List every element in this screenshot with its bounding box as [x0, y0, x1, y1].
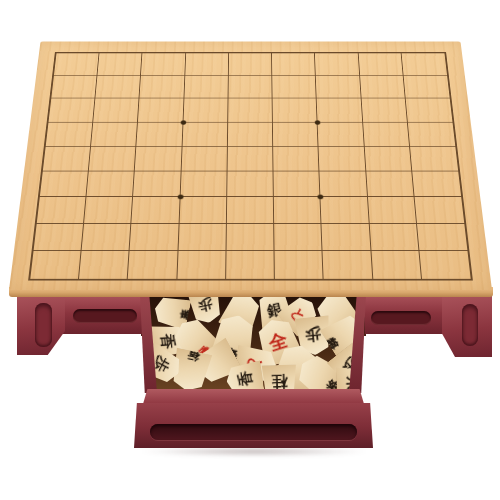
board-cell[interactable] — [137, 122, 183, 146]
board-cell[interactable] — [51, 76, 97, 99]
board-cell[interactable] — [30, 251, 81, 279]
board-cell[interactable] — [133, 172, 181, 198]
board-cell[interactable] — [412, 172, 461, 198]
board-cell[interactable] — [132, 197, 181, 223]
board-cell[interactable] — [184, 76, 229, 99]
board-cell[interactable] — [229, 53, 273, 75]
board-cell[interactable] — [401, 53, 447, 75]
board-cell[interactable] — [272, 53, 316, 75]
board-cell[interactable] — [419, 251, 470, 279]
piece-kanji: 桂馬 — [236, 311, 246, 316]
board-cell[interactable] — [48, 99, 95, 123]
board-top — [9, 41, 492, 290]
shogi-table-photo: 香車歩桂馬銀と王将香成香飛車全と歩銀将角行歩香桂金将歩飛 — [0, 0, 500, 500]
board-cell[interactable] — [140, 76, 185, 99]
hoshi-dot — [315, 120, 321, 124]
board-cell[interactable] — [37, 197, 87, 223]
board-cell[interactable] — [317, 99, 363, 123]
board-cell[interactable] — [361, 99, 407, 123]
board-cell[interactable] — [323, 251, 373, 279]
board-cell[interactable] — [226, 251, 275, 279]
piece-kanji: 金将 — [317, 372, 324, 382]
board-cell[interactable] — [228, 122, 274, 146]
drawer-handle-slot[interactable] — [150, 424, 357, 440]
board-cell[interactable] — [371, 251, 422, 279]
drawer-front-panel — [134, 403, 373, 448]
piece-kanji: 香 — [237, 370, 254, 387]
board-cell[interactable] — [227, 172, 274, 198]
right-front-leg — [442, 295, 492, 357]
board-cell[interactable] — [228, 99, 273, 123]
board-cell[interactable] — [228, 76, 272, 99]
board-cell[interactable] — [135, 147, 182, 172]
board-cell[interactable] — [183, 99, 228, 123]
board-cell[interactable] — [273, 99, 318, 123]
board-grid — [28, 52, 473, 280]
board-cell[interactable] — [79, 251, 130, 279]
board-cell[interactable] — [179, 197, 227, 223]
drawer-front-rim — [143, 389, 364, 404]
board-cell[interactable] — [320, 172, 368, 198]
board-cell[interactable] — [410, 147, 458, 172]
board-cell[interactable] — [417, 224, 468, 251]
board-cell[interactable] — [272, 76, 317, 99]
shogi-piece[interactable]: 桂 — [261, 364, 297, 392]
board-cell[interactable] — [315, 53, 360, 75]
board-cell[interactable] — [178, 224, 227, 251]
board-cell[interactable] — [321, 197, 370, 223]
board-cell[interactable] — [182, 122, 228, 146]
board-cell[interactable] — [89, 147, 137, 172]
board-cell[interactable] — [405, 99, 452, 123]
board-cell[interactable] — [414, 197, 464, 223]
board-cell[interactable] — [185, 53, 229, 75]
board-cell[interactable] — [364, 147, 412, 172]
board-cell[interactable] — [274, 197, 322, 223]
board-cell[interactable] — [96, 76, 142, 99]
piece-kanji: 歩 — [197, 296, 214, 313]
board-cell[interactable] — [98, 53, 143, 75]
right-leg-slot — [462, 304, 478, 346]
board-cell[interactable] — [273, 122, 319, 146]
board-cell[interactable] — [358, 53, 403, 75]
board-cell[interactable] — [360, 76, 406, 99]
board-cell[interactable] — [138, 99, 184, 123]
board-cell[interactable] — [227, 197, 275, 223]
board-cell[interactable] — [40, 172, 89, 198]
board-cell[interactable] — [181, 147, 227, 172]
board-cell[interactable] — [46, 122, 94, 146]
drawer-tray: 香車歩桂馬銀と王将香成香飛車全と歩銀将角行歩香桂金将歩飛 — [150, 293, 356, 392]
piece-kanji: 香車 — [172, 307, 174, 317]
piece-kanji: 桂 — [271, 374, 288, 391]
board-cell[interactable] — [128, 251, 178, 279]
piece-kanji: 王将 — [332, 312, 343, 318]
board-cell[interactable] — [227, 147, 273, 172]
board-cell[interactable] — [34, 224, 85, 251]
board-cell[interactable] — [141, 53, 186, 75]
board-cell[interactable] — [275, 251, 324, 279]
board-cell[interactable] — [43, 147, 91, 172]
board-cell[interactable] — [177, 251, 226, 279]
board-cell[interactable] — [87, 172, 135, 198]
board-cell[interactable] — [274, 224, 323, 251]
board-cell[interactable] — [368, 197, 417, 223]
board-cell[interactable] — [316, 76, 361, 99]
board-cell[interactable] — [273, 147, 319, 172]
board-cell[interactable] — [93, 99, 139, 123]
board-cell[interactable] — [408, 122, 456, 146]
piece-kanji: 香 — [159, 333, 175, 349]
left-apron-slot — [73, 309, 137, 323]
board-cell[interactable] — [319, 147, 366, 172]
board-cell[interactable] — [403, 76, 449, 99]
piece-kanji: 成香 — [191, 336, 200, 343]
board-cell[interactable] — [366, 172, 414, 198]
board-cell[interactable] — [363, 122, 410, 146]
right-apron-slot — [371, 311, 431, 325]
board-cell[interactable] — [318, 122, 364, 146]
board-cell[interactable] — [226, 224, 274, 251]
piece-kanji: 飛車 — [227, 337, 240, 340]
board-cell[interactable] — [54, 53, 100, 75]
board-cell[interactable] — [274, 172, 321, 198]
board-cell[interactable] — [130, 224, 179, 251]
board-cell[interactable] — [91, 122, 138, 146]
board-cell[interactable] — [322, 224, 371, 251]
hoshi-dot — [318, 195, 324, 200]
board-cell[interactable] — [180, 172, 227, 198]
board-cell[interactable] — [84, 197, 133, 223]
left-leg-slot — [35, 303, 52, 347]
board-cell[interactable] — [369, 224, 419, 251]
left-front-leg — [17, 295, 65, 355]
piece-kanji: 角行 — [185, 368, 197, 370]
piece-kanji: 銀将 — [342, 331, 348, 341]
board-cell[interactable] — [82, 224, 132, 251]
drawer-drop-shadow — [138, 447, 370, 456]
piece-kanji: 歩 — [305, 326, 323, 344]
